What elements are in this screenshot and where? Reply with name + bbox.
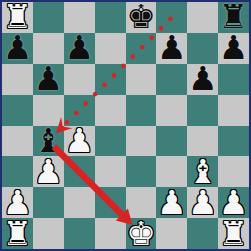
- square-d1[interactable]: [95, 218, 126, 249]
- piece-black-pawn: ♟: [219, 33, 249, 63]
- square-b3[interactable]: ♟: [33, 156, 64, 187]
- piece-black-pawn: ♟: [157, 33, 187, 63]
- piece-white-pawn: ♟: [34, 157, 64, 187]
- square-a7[interactable]: ♟: [2, 33, 33, 64]
- square-c3[interactable]: [64, 156, 95, 187]
- piece-white-rook: ♜: [219, 219, 249, 249]
- square-a6[interactable]: [2, 64, 33, 95]
- square-h7[interactable]: ♟: [218, 33, 249, 64]
- square-b6[interactable]: ♟: [33, 64, 64, 95]
- piece-white-pawn: ♟: [188, 188, 218, 218]
- square-d2[interactable]: [95, 187, 126, 218]
- square-e1[interactable]: ♚: [126, 218, 157, 249]
- square-g5[interactable]: [187, 95, 218, 126]
- square-d8[interactable]: [95, 2, 126, 33]
- piece-white-pawn: ♟: [157, 188, 187, 218]
- square-e3[interactable]: [126, 156, 157, 187]
- square-f2[interactable]: ♟: [156, 187, 187, 218]
- piece-black-king: ♚: [126, 2, 156, 32]
- square-d3[interactable]: [95, 156, 126, 187]
- piece-white-king: ♚: [126, 219, 156, 249]
- piece-white-rook: ♜: [3, 219, 33, 249]
- square-f1[interactable]: [156, 218, 187, 249]
- piece-black-pawn: ♟: [188, 64, 218, 94]
- square-g1[interactable]: [187, 218, 218, 249]
- square-h6[interactable]: [218, 64, 249, 95]
- square-a5[interactable]: [2, 95, 33, 126]
- square-a4[interactable]: [2, 126, 33, 157]
- square-c2[interactable]: [64, 187, 95, 218]
- piece-black-pawn: ♟: [34, 64, 64, 94]
- square-b1[interactable]: [33, 218, 64, 249]
- square-e7[interactable]: [126, 33, 157, 64]
- square-c7[interactable]: ♟: [64, 33, 95, 64]
- square-d6[interactable]: [95, 64, 126, 95]
- piece-black-pawn: ♟: [3, 33, 33, 63]
- square-e5[interactable]: [126, 95, 157, 126]
- piece-black-pawn: ♟: [64, 33, 94, 63]
- square-d7[interactable]: [95, 33, 126, 64]
- square-f6[interactable]: [156, 64, 187, 95]
- square-b8[interactable]: [33, 2, 64, 33]
- square-c6[interactable]: [64, 64, 95, 95]
- square-b2[interactable]: [33, 187, 64, 218]
- chess-board: ♜♚♜♟♟♟♟♟♟♝♟♟♝♟♟♟♟♜♚♜: [2, 2, 249, 249]
- square-h5[interactable]: [218, 95, 249, 126]
- square-d4[interactable]: [95, 126, 126, 157]
- square-e4[interactable]: [126, 126, 157, 157]
- square-f5[interactable]: [156, 95, 187, 126]
- square-h1[interactable]: ♜: [218, 218, 249, 249]
- piece-white-pawn: ♟: [64, 126, 94, 156]
- square-h4[interactable]: [218, 126, 249, 157]
- square-g8[interactable]: [187, 2, 218, 33]
- square-g6[interactable]: ♟: [187, 64, 218, 95]
- square-g2[interactable]: ♟: [187, 187, 218, 218]
- square-f4[interactable]: [156, 126, 187, 157]
- square-e8[interactable]: ♚: [126, 2, 157, 33]
- square-e6[interactable]: [126, 64, 157, 95]
- chess-board-frame: ♜♚♜♟♟♟♟♟♟♝♟♟♝♟♟♟♟♜♚♜: [0, 0, 251, 251]
- square-c4[interactable]: ♟: [64, 126, 95, 157]
- square-f7[interactable]: ♟: [156, 33, 187, 64]
- square-c1[interactable]: [64, 218, 95, 249]
- square-a1[interactable]: ♜: [2, 218, 33, 249]
- square-d5[interactable]: [95, 95, 126, 126]
